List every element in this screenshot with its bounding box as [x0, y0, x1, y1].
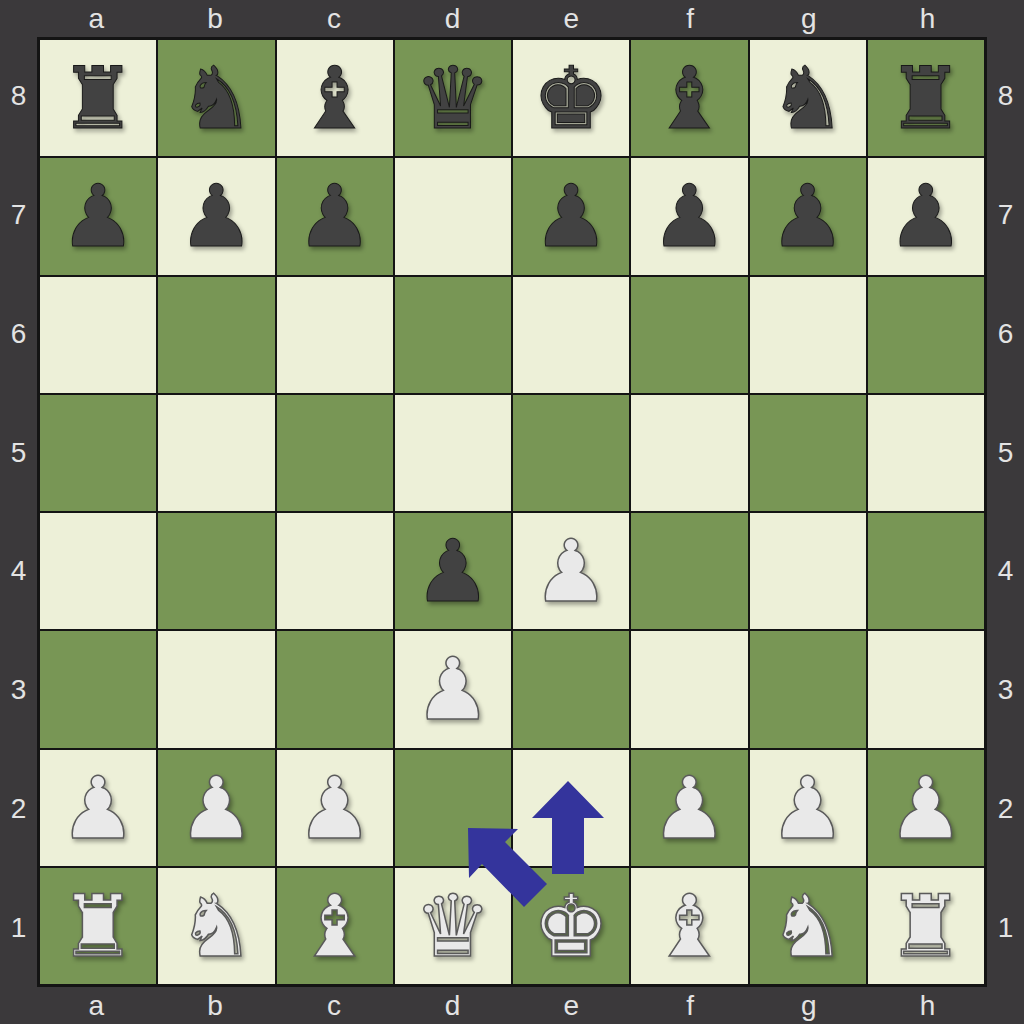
square-g2[interactable]: ♟	[750, 750, 866, 866]
file-label-top-c: c	[275, 0, 394, 37]
square-a3[interactable]	[40, 631, 156, 747]
square-f6[interactable]	[631, 277, 747, 393]
square-b4[interactable]	[158, 513, 274, 629]
square-h8[interactable]: ♜	[868, 40, 984, 156]
rank-label-left-8: 8	[0, 37, 37, 156]
file-labels-bottom: abcdefgh	[37, 987, 987, 1024]
square-b8[interactable]: ♞	[158, 40, 274, 156]
square-c3[interactable]	[277, 631, 393, 747]
file-label-bottom-h: h	[868, 987, 987, 1024]
file-labels-top: abcdefgh	[37, 0, 987, 37]
piece-white-queen-d1[interactable]: ♛	[414, 883, 491, 969]
square-a2[interactable]: ♟	[40, 750, 156, 866]
square-g5[interactable]	[750, 395, 866, 511]
square-f8[interactable]: ♝	[631, 40, 747, 156]
file-label-top-a: a	[37, 0, 156, 37]
rank-label-right-6: 6	[987, 275, 1024, 394]
square-a4[interactable]	[40, 513, 156, 629]
file-label-bottom-g: g	[750, 987, 869, 1024]
square-d8[interactable]: ♛	[395, 40, 511, 156]
square-h3[interactable]	[868, 631, 984, 747]
rank-label-right-4: 4	[987, 512, 1024, 631]
piece-white-pawn-d3[interactable]: ♟	[414, 646, 491, 732]
piece-black-pawn-g7[interactable]: ♟	[769, 173, 846, 259]
square-a7[interactable]: ♟	[40, 158, 156, 274]
piece-white-knight-b1[interactable]: ♞	[178, 883, 255, 969]
square-c7[interactable]: ♟	[277, 158, 393, 274]
square-d2[interactable]	[395, 750, 511, 866]
square-e7[interactable]: ♟	[513, 158, 629, 274]
square-c2[interactable]: ♟	[277, 750, 393, 866]
square-a8[interactable]: ♜	[40, 40, 156, 156]
file-label-top-e: e	[512, 0, 631, 37]
piece-black-bishop-f8[interactable]: ♝	[651, 55, 728, 141]
piece-white-pawn-c2[interactable]: ♟	[296, 765, 373, 851]
square-b6[interactable]	[158, 277, 274, 393]
rank-label-right-3: 3	[987, 631, 1024, 750]
square-d1[interactable]: ♛	[395, 868, 511, 984]
rank-label-left-4: 4	[0, 512, 37, 631]
file-label-top-b: b	[156, 0, 275, 37]
rank-label-right-2: 2	[987, 750, 1024, 869]
square-e2[interactable]	[513, 750, 629, 866]
rank-label-left-2: 2	[0, 750, 37, 869]
square-c1[interactable]: ♝	[277, 868, 393, 984]
square-h6[interactable]	[868, 277, 984, 393]
square-e4[interactable]: ♟	[513, 513, 629, 629]
square-d6[interactable]	[395, 277, 511, 393]
square-c8[interactable]: ♝	[277, 40, 393, 156]
piece-white-pawn-a2[interactable]: ♟	[60, 765, 137, 851]
square-f1[interactable]: ♝	[631, 868, 747, 984]
square-b2[interactable]: ♟	[158, 750, 274, 866]
square-f5[interactable]	[631, 395, 747, 511]
square-c6[interactable]	[277, 277, 393, 393]
square-e6[interactable]	[513, 277, 629, 393]
rank-label-left-1: 1	[0, 868, 37, 987]
file-label-bottom-a: a	[37, 987, 156, 1024]
rank-labels-right: 87654321	[987, 37, 1024, 987]
square-f7[interactable]: ♟	[631, 158, 747, 274]
square-e8[interactable]: ♚	[513, 40, 629, 156]
square-d3[interactable]: ♟	[395, 631, 511, 747]
rank-label-right-1: 1	[987, 868, 1024, 987]
piece-black-pawn-h7[interactable]: ♟	[887, 173, 964, 259]
square-c4[interactable]	[277, 513, 393, 629]
piece-black-pawn-c7[interactable]: ♟	[296, 173, 373, 259]
square-b3[interactable]	[158, 631, 274, 747]
square-g3[interactable]	[750, 631, 866, 747]
piece-white-king-e1[interactable]: ♚	[533, 883, 610, 969]
piece-white-bishop-f1[interactable]: ♝	[651, 883, 728, 969]
square-g6[interactable]	[750, 277, 866, 393]
square-f4[interactable]	[631, 513, 747, 629]
square-h4[interactable]	[868, 513, 984, 629]
square-f3[interactable]	[631, 631, 747, 747]
rank-label-left-6: 6	[0, 275, 37, 394]
square-g8[interactable]: ♞	[750, 40, 866, 156]
square-e1[interactable]: ♚	[513, 868, 629, 984]
piece-white-pawn-b2[interactable]: ♟	[178, 765, 255, 851]
piece-black-queen-d8[interactable]: ♛	[414, 55, 491, 141]
square-b5[interactable]	[158, 395, 274, 511]
square-d7[interactable]	[395, 158, 511, 274]
square-f2[interactable]: ♟	[631, 750, 747, 866]
file-label-bottom-d: d	[393, 987, 512, 1024]
piece-black-knight-g8[interactable]: ♞	[769, 55, 846, 141]
file-label-bottom-c: c	[275, 987, 394, 1024]
piece-black-pawn-f7[interactable]: ♟	[651, 173, 728, 259]
rank-label-left-3: 3	[0, 631, 37, 750]
file-label-bottom-b: b	[156, 987, 275, 1024]
piece-black-rook-h8[interactable]: ♜	[887, 55, 964, 141]
file-label-bottom-f: f	[631, 987, 750, 1024]
square-g4[interactable]	[750, 513, 866, 629]
square-h7[interactable]: ♟	[868, 158, 984, 274]
file-label-top-f: f	[631, 0, 750, 37]
piece-white-rook-h1[interactable]: ♜	[887, 883, 964, 969]
rank-label-left-5: 5	[0, 393, 37, 512]
piece-white-knight-g1[interactable]: ♞	[769, 883, 846, 969]
piece-white-pawn-e4[interactable]: ♟	[533, 528, 610, 614]
square-h1[interactable]: ♜	[868, 868, 984, 984]
piece-black-pawn-d4[interactable]: ♟	[414, 528, 491, 614]
square-e3[interactable]	[513, 631, 629, 747]
piece-black-pawn-a7[interactable]: ♟	[60, 173, 137, 259]
square-e5[interactable]	[513, 395, 629, 511]
piece-black-pawn-e7[interactable]: ♟	[533, 173, 610, 259]
square-a6[interactable]	[40, 277, 156, 393]
rank-label-right-8: 8	[987, 37, 1024, 156]
square-c5[interactable]	[277, 395, 393, 511]
file-label-top-h: h	[868, 0, 987, 37]
square-h2[interactable]: ♟	[868, 750, 984, 866]
square-a1[interactable]: ♜	[40, 868, 156, 984]
square-b1[interactable]: ♞	[158, 868, 274, 984]
file-label-top-d: d	[393, 0, 512, 37]
square-d4[interactable]: ♟	[395, 513, 511, 629]
square-g7[interactable]: ♟	[750, 158, 866, 274]
square-h5[interactable]	[868, 395, 984, 511]
chess-board[interactable]: ♜♞♝♛♚♝♞♜♟♟♟♟♟♟♟♟♟♟♟♟♟♟♟♟♜♞♝♛♚♝♞♜	[37, 37, 987, 987]
square-a5[interactable]	[40, 395, 156, 511]
square-g1[interactable]: ♞	[750, 868, 866, 984]
rank-labels-left: 87654321	[0, 37, 37, 987]
file-label-top-g: g	[750, 0, 869, 37]
piece-white-pawn-f2[interactable]: ♟	[651, 765, 728, 851]
rank-label-right-5: 5	[987, 393, 1024, 512]
piece-white-pawn-h2[interactable]: ♟	[887, 765, 964, 851]
piece-white-rook-a1[interactable]: ♜	[60, 883, 137, 969]
piece-white-bishop-c1[interactable]: ♝	[296, 883, 373, 969]
square-b7[interactable]: ♟	[158, 158, 274, 274]
rank-label-left-7: 7	[0, 156, 37, 275]
piece-black-king-e8[interactable]: ♚	[533, 55, 610, 141]
piece-black-pawn-b7[interactable]: ♟	[178, 173, 255, 259]
file-label-bottom-e: e	[512, 987, 631, 1024]
piece-black-knight-b8[interactable]: ♞	[178, 55, 255, 141]
piece-black-bishop-c8[interactable]: ♝	[296, 55, 373, 141]
square-d5[interactable]	[395, 395, 511, 511]
rank-label-right-7: 7	[987, 156, 1024, 275]
piece-black-rook-a8[interactable]: ♜	[60, 55, 137, 141]
piece-white-pawn-g2[interactable]: ♟	[769, 765, 846, 851]
